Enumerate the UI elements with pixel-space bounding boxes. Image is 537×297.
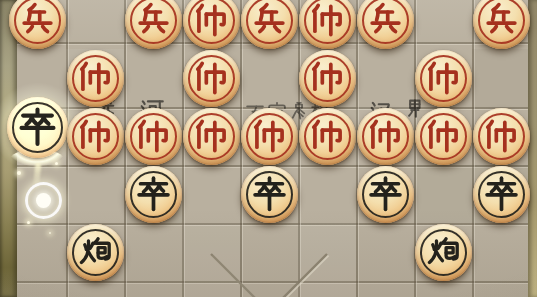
piece-black-soldier[interactable] xyxy=(7,97,68,158)
piece-glyph-bing xyxy=(367,2,404,39)
piece-red-general[interactable] xyxy=(183,108,240,165)
piece-black-soldier[interactable] xyxy=(125,166,182,223)
piece-glyph-pao xyxy=(425,234,462,271)
piece-red-general[interactable] xyxy=(473,108,530,165)
piece-glyph-shuai xyxy=(425,60,462,97)
piece-glyph-zu xyxy=(251,176,288,213)
piece-glyph-shuai xyxy=(483,118,520,155)
piece-glyph-zu xyxy=(483,176,520,213)
piece-glyph-shuai xyxy=(309,60,346,97)
piece-glyph-shuai xyxy=(77,60,114,97)
piece-glyph-shuai xyxy=(193,118,230,155)
piece-red-soldier[interactable] xyxy=(9,0,66,49)
piece-glyph-bing xyxy=(135,2,172,39)
piece-glyph-shuai xyxy=(193,2,230,39)
piece-glyph-shuai xyxy=(309,2,346,39)
piece-red-soldier[interactable] xyxy=(473,0,530,49)
piece-red-general[interactable] xyxy=(125,108,182,165)
piece-black-soldier[interactable] xyxy=(357,166,414,223)
piece-glyph-zu xyxy=(135,176,172,213)
piece-red-general[interactable] xyxy=(299,50,356,107)
piece-glyph-zu xyxy=(367,176,404,213)
piece-glyph-shuai xyxy=(425,118,462,155)
piece-glyph-zu xyxy=(17,107,58,148)
piece-glyph-shuai xyxy=(77,118,114,155)
piece-red-soldier[interactable] xyxy=(241,0,298,49)
piece-red-general[interactable] xyxy=(241,108,298,165)
piece-black-cannon[interactable] xyxy=(415,224,472,281)
piece-red-soldier[interactable] xyxy=(357,0,414,49)
piece-glyph-bing xyxy=(483,2,520,39)
piece-glyph-shuai xyxy=(135,118,172,155)
piece-red-general[interactable] xyxy=(299,0,356,49)
piece-glyph-pao xyxy=(77,234,114,271)
piece-glyph-shuai xyxy=(193,60,230,97)
move-target-indicator[interactable] xyxy=(25,182,62,219)
piece-red-general[interactable] xyxy=(415,108,472,165)
piece-red-general[interactable] xyxy=(183,0,240,49)
piece-black-cannon[interactable] xyxy=(67,224,124,281)
piece-black-soldier[interactable] xyxy=(241,166,298,223)
pieces-layer xyxy=(0,0,537,297)
piece-glyph-bing xyxy=(251,2,288,39)
xiangqi-board[interactable] xyxy=(0,0,537,297)
piece-red-general[interactable] xyxy=(299,108,356,165)
piece-red-general[interactable] xyxy=(67,108,124,165)
piece-red-soldier[interactable] xyxy=(125,0,182,49)
piece-glyph-shuai xyxy=(367,118,404,155)
piece-red-general[interactable] xyxy=(183,50,240,107)
piece-glyph-shuai xyxy=(251,118,288,155)
piece-red-general[interactable] xyxy=(357,108,414,165)
piece-red-general[interactable] xyxy=(67,50,124,107)
piece-glyph-bing xyxy=(19,2,56,39)
piece-red-general[interactable] xyxy=(415,50,472,107)
piece-black-soldier[interactable] xyxy=(473,166,530,223)
move-target-dot xyxy=(36,193,51,208)
piece-glyph-shuai xyxy=(309,118,346,155)
